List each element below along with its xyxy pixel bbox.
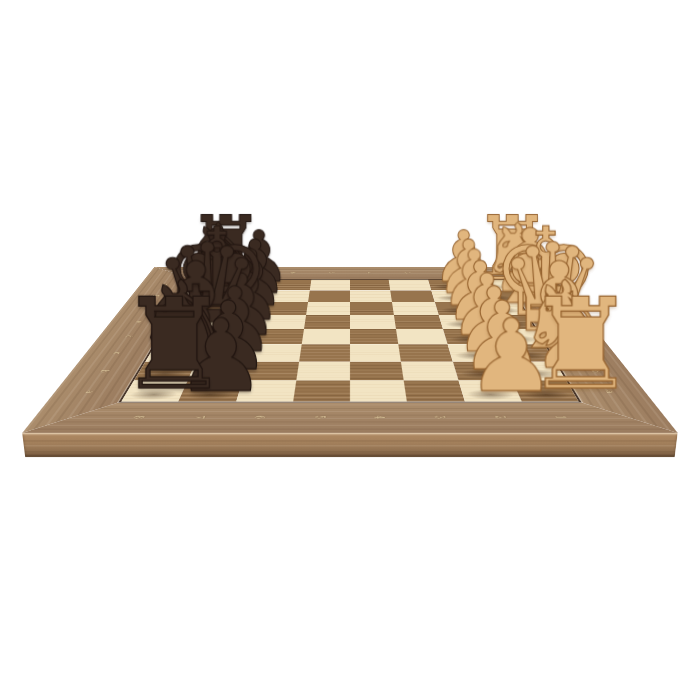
square-d4 (350, 329, 399, 344)
board-scene: 87654321 87654321 abcdefgh abcdefgh ♜♟♟♜… (0, 0, 700, 700)
square-a7: ♟ (179, 380, 243, 401)
coord-rank-1-far: 1 (479, 272, 489, 273)
board-frame-near: 87654321 (22, 403, 678, 434)
square-e8: ♚ (165, 315, 218, 329)
square-g4 (350, 290, 392, 302)
square-c2: ♟ (447, 344, 503, 361)
coord-rank-7-near: 7 (192, 416, 207, 419)
piece-shadow-f8 (177, 307, 217, 313)
piece-shadow-e1 (489, 321, 531, 328)
coord-file-a-right: a (602, 390, 617, 393)
piece-shadow-g1 (477, 295, 515, 301)
piece-shadow-a8 (127, 389, 180, 400)
product-photo: 87654321 87654321 abcdefgh abcdefgh ♜♟♟♜… (0, 0, 700, 700)
square-h8: ♜ (188, 280, 233, 291)
coord-file-d-right: d (565, 336, 578, 338)
square-b5 (296, 361, 350, 380)
square-f5 (306, 302, 350, 315)
board-frame-far: 87654321 (145, 267, 556, 279)
square-d3 (396, 329, 447, 344)
square-h6 (269, 280, 311, 291)
coord-rank-2-near: 2 (493, 416, 508, 419)
piece-shadow-h1 (472, 284, 508, 289)
piece-shadow-b7 (193, 369, 241, 379)
piece-shadow-d8 (160, 335, 204, 343)
piece-shadow-d7 (209, 335, 252, 343)
square-h5 (310, 280, 350, 291)
square-h4 (350, 280, 390, 291)
square-a4 (350, 380, 407, 401)
piece-shadow-b8 (139, 369, 189, 379)
coord-rank-3-near: 3 (433, 416, 448, 419)
square-g1: ♞ (471, 290, 519, 302)
square-g2: ♟ (431, 290, 477, 302)
coord-rank-4-far: 4 (365, 272, 374, 273)
piece-shadow-a7 (184, 389, 235, 400)
square-a6 (236, 380, 296, 401)
square-h3 (389, 280, 431, 291)
white-knight-g1: ♞ (478, 211, 521, 305)
piece-shadow-f1 (483, 307, 523, 313)
square-f6 (262, 302, 308, 315)
coord-file-h-right: h (530, 284, 540, 285)
coord-rank-3-far: 3 (403, 272, 412, 273)
black-rook-h8: ♜ (186, 205, 227, 293)
square-e3 (394, 315, 442, 329)
piece-shadow-e2 (444, 321, 485, 328)
coord-file-d-left: d (122, 336, 135, 338)
square-g8: ♞ (181, 290, 229, 302)
white-pawn-h2: ♟ (432, 222, 473, 293)
square-a5 (293, 380, 350, 401)
coord-file-f-right: f (546, 308, 557, 309)
square-f4 (350, 302, 394, 315)
square-e4 (350, 315, 396, 329)
board-squares: ♜♟♟♜♞♟♟♞♝♟♟♝♚♟♟♚♛♟♟♛♝♟♟♝♞♟♟♞♜♟♟♜ (118, 279, 581, 402)
piece-shadow-c1 (503, 351, 550, 360)
square-g6 (266, 290, 310, 302)
piece-shadow-g8 (185, 295, 223, 301)
square-b6 (242, 361, 299, 380)
black-pawn-h7: ♟ (228, 222, 269, 293)
coord-rank-4-near: 4 (373, 416, 387, 419)
square-d6 (253, 329, 304, 344)
coord-file-c-right: c (576, 352, 589, 354)
square-g7: ♟ (223, 290, 269, 302)
coord-rank-2-far: 2 (441, 272, 451, 273)
square-c1: ♝ (496, 344, 555, 361)
square-c3 (399, 344, 453, 361)
coord-file-g-left: g (152, 295, 163, 297)
piece-shadow-h7 (232, 284, 268, 289)
piece-shadow-c7 (201, 351, 247, 360)
coord-rank-6-near: 6 (252, 416, 267, 419)
piece-shadow-b1 (511, 369, 561, 379)
piece-shadow-d2 (448, 335, 491, 343)
square-f7: ♟ (218, 302, 266, 315)
square-f2: ♟ (434, 302, 482, 315)
coord-file-e-left: e (133, 321, 145, 323)
coord-rank-8-far: 8 (211, 272, 221, 273)
square-f8: ♝ (173, 302, 223, 315)
piece-shadow-f2 (440, 307, 479, 313)
black-knight-g8: ♞ (179, 211, 222, 305)
coord-file-h-left: h (160, 284, 170, 285)
square-g5 (308, 290, 350, 302)
square-b7: ♟ (188, 361, 248, 380)
piece-shadow-b2 (459, 369, 507, 379)
coord-file-f-left: f (143, 308, 154, 309)
piece-shadow-e7 (215, 321, 256, 328)
square-a3 (404, 380, 464, 401)
piece-shadow-f7 (221, 307, 260, 313)
square-a1: ♜ (512, 380, 579, 401)
coord-rank-6-far: 6 (288, 272, 297, 273)
coord-file-g-right: g (537, 295, 548, 297)
coord-rank-8-near: 8 (132, 416, 148, 419)
square-e5 (304, 315, 350, 329)
coord-rank-7-far: 7 (250, 272, 260, 273)
square-b1: ♞ (503, 361, 566, 380)
chess-board: 87654321 87654321 abcdefgh abcdefgh ♜♟♟♜… (22, 267, 678, 433)
square-d5 (301, 329, 350, 344)
square-f1: ♝ (477, 302, 527, 315)
square-c4 (350, 344, 401, 361)
square-h7: ♟ (229, 280, 273, 291)
square-b8: ♞ (134, 361, 197, 380)
square-d8: ♛ (156, 329, 212, 344)
piece-shadow-c8 (150, 351, 197, 360)
coord-rank-5-far: 5 (326, 272, 335, 273)
square-e2: ♟ (438, 315, 488, 329)
coord-file-b-left: b (97, 370, 111, 373)
square-c6 (248, 344, 302, 361)
square-b4 (350, 361, 404, 380)
square-a8: ♜ (121, 380, 188, 401)
piece-shadow-d1 (496, 335, 540, 343)
square-c7: ♟ (197, 344, 253, 361)
coord-file-c-left: c (110, 352, 123, 354)
square-e6 (258, 315, 306, 329)
piece-shadow-h8 (192, 284, 228, 289)
white-rook-h1: ♜ (473, 205, 514, 293)
square-d2: ♟ (443, 329, 496, 344)
coord-file-a-left: a (83, 390, 98, 393)
square-f3 (392, 302, 438, 315)
square-b3 (401, 361, 458, 380)
coord-rank-5-near: 5 (313, 416, 327, 419)
square-h2: ♟ (428, 280, 472, 291)
square-c5 (299, 344, 350, 361)
piece-shadow-e8 (169, 321, 211, 328)
square-b2: ♟ (452, 361, 512, 380)
piece-shadow-g2 (436, 295, 473, 301)
piece-shadow-a1 (521, 389, 574, 400)
piece-shadow-c2 (453, 351, 499, 360)
square-d1: ♛ (489, 329, 545, 344)
piece-shadow-a2 (465, 389, 516, 400)
square-a2: ♟ (458, 380, 522, 401)
board-front-edge (22, 433, 678, 457)
coord-file-b-right: b (588, 370, 602, 373)
coord-rank-1-near: 1 (553, 416, 569, 419)
coord-file-e-right: e (555, 321, 567, 323)
square-e7: ♟ (211, 315, 261, 329)
piece-shadow-g7 (227, 295, 264, 301)
square-h1: ♜ (467, 280, 512, 291)
square-g3 (390, 290, 434, 302)
square-e1: ♚ (482, 315, 535, 329)
square-d7: ♟ (204, 329, 257, 344)
square-c8: ♝ (146, 344, 205, 361)
piece-shadow-h2 (432, 284, 468, 289)
